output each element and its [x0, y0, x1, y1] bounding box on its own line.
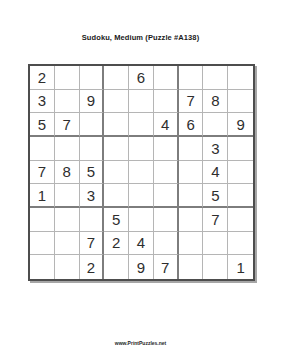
cell-r5c7: [179, 161, 204, 185]
cell-r8c4: 2: [104, 232, 129, 256]
cell-r3c9: 9: [228, 113, 253, 137]
cell-r2c5: [129, 90, 154, 114]
cell-r7c1: [30, 208, 55, 232]
cell-r2c1: 3: [30, 90, 55, 114]
cell-r3c5: [129, 113, 154, 137]
cell-r7c6: [154, 208, 179, 232]
cell-r5c6: [154, 161, 179, 185]
cell-r4c5: [129, 137, 154, 161]
cell-r4c6: [154, 137, 179, 161]
cell-r7c8: 7: [203, 208, 228, 232]
cell-r9c8: [203, 255, 228, 279]
cell-r9c5: 9: [129, 255, 154, 279]
cell-r8c3: 7: [80, 232, 105, 256]
cell-r9c2: [55, 255, 80, 279]
cell-r1c2: [55, 66, 80, 90]
footer-site-url: www.PrintPuzzles.net: [0, 340, 281, 346]
cell-r5c9: [228, 161, 253, 185]
cell-r8c2: [55, 232, 80, 256]
cell-r8c8: [203, 232, 228, 256]
cell-r6c3: 3: [80, 184, 105, 208]
cell-r3c4: [104, 113, 129, 137]
cell-r1c5: 6: [129, 66, 154, 90]
cell-r4c2: [55, 137, 80, 161]
cell-r2c3: 9: [80, 90, 105, 114]
cell-r4c8: 3: [203, 137, 228, 161]
page-title: Sudoku, Medium (Puzzle #A138): [0, 33, 281, 42]
cell-r2c8: 8: [203, 90, 228, 114]
cell-r1c4: [104, 66, 129, 90]
cell-r2c4: [104, 90, 129, 114]
sudoku-grid: 2639785746937854135577242971: [28, 64, 255, 281]
cell-r6c6: [154, 184, 179, 208]
cell-r6c2: [55, 184, 80, 208]
cell-r2c6: [154, 90, 179, 114]
cell-r8c1: [30, 232, 55, 256]
cell-r8c6: [154, 232, 179, 256]
cell-r4c9: [228, 137, 253, 161]
cell-r1c7: [179, 66, 204, 90]
cell-r3c6: 4: [154, 113, 179, 137]
cell-r4c4: [104, 137, 129, 161]
cell-r5c4: [104, 161, 129, 185]
cell-r7c9: [228, 208, 253, 232]
cell-r9c4: [104, 255, 129, 279]
cell-r6c7: [179, 184, 204, 208]
cell-r8c7: [179, 232, 204, 256]
cell-r1c9: [228, 66, 253, 90]
cell-r1c3: [80, 66, 105, 90]
cell-r4c3: [80, 137, 105, 161]
cell-r5c3: 5: [80, 161, 105, 185]
cell-r3c7: 6: [179, 113, 204, 137]
cell-r5c1: 7: [30, 161, 55, 185]
cell-r9c1: [30, 255, 55, 279]
cell-r6c9: [228, 184, 253, 208]
cell-r7c5: [129, 208, 154, 232]
cell-r2c7: 7: [179, 90, 204, 114]
cell-r9c7: [179, 255, 204, 279]
cell-r3c3: [80, 113, 105, 137]
cell-r3c2: 7: [55, 113, 80, 137]
cell-r8c5: 4: [129, 232, 154, 256]
cell-r6c8: 5: [203, 184, 228, 208]
cell-r7c3: [80, 208, 105, 232]
cell-r6c5: [129, 184, 154, 208]
cell-r7c4: 5: [104, 208, 129, 232]
cell-r2c9: [228, 90, 253, 114]
cell-r2c2: [55, 90, 80, 114]
cell-r5c5: [129, 161, 154, 185]
cell-r4c7: [179, 137, 204, 161]
cell-r5c2: 8: [55, 161, 80, 185]
cell-r4c1: [30, 137, 55, 161]
cell-r9c9: 1: [228, 255, 253, 279]
cell-r3c8: [203, 113, 228, 137]
cell-r1c1: 2: [30, 66, 55, 90]
cell-r3c1: 5: [30, 113, 55, 137]
cell-r7c7: [179, 208, 204, 232]
cell-r6c1: 1: [30, 184, 55, 208]
cell-r5c8: 4: [203, 161, 228, 185]
cell-r7c2: [55, 208, 80, 232]
cell-r9c6: 7: [154, 255, 179, 279]
cell-r6c4: [104, 184, 129, 208]
cell-r1c6: [154, 66, 179, 90]
cell-r9c3: 2: [80, 255, 105, 279]
cell-r1c8: [203, 66, 228, 90]
cell-r8c9: [228, 232, 253, 256]
